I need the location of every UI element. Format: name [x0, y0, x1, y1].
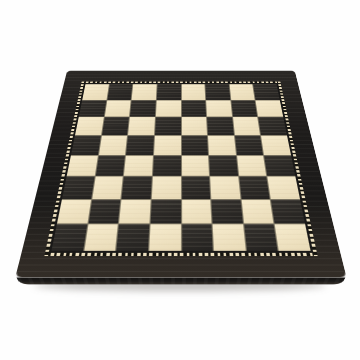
- square-c8: [132, 84, 157, 99]
- square-b8: [107, 84, 132, 99]
- square-b3: [92, 177, 123, 199]
- inlay-border-bottom: [44, 253, 317, 256]
- square-b5: [99, 136, 128, 155]
- square-f1: [213, 225, 246, 251]
- inlay-border-right: [278, 82, 318, 256]
- square-c4: [124, 155, 153, 175]
- square-a1: [51, 225, 86, 251]
- square-f4: [209, 155, 238, 175]
- board-3d-tilt: [15, 71, 346, 278]
- square-h8: [253, 84, 279, 99]
- square-h2: [271, 200, 305, 224]
- square-c5: [126, 136, 154, 155]
- square-d8: [157, 84, 181, 99]
- square-h7: [256, 100, 283, 116]
- playing-area: [49, 83, 314, 253]
- square-e7: [181, 100, 206, 116]
- square-f5: [208, 136, 236, 155]
- square-c2: [119, 200, 150, 224]
- square-e3: [182, 177, 211, 199]
- square-c6: [128, 117, 155, 135]
- square-f8: [205, 84, 230, 99]
- square-c1: [117, 225, 150, 251]
- square-b6: [102, 117, 129, 135]
- square-g2: [241, 200, 274, 224]
- square-h3: [268, 177, 300, 199]
- square-a6: [75, 117, 103, 135]
- board-frame: [15, 71, 346, 278]
- square-a4: [67, 155, 98, 175]
- square-f2: [211, 200, 242, 224]
- square-h5: [261, 136, 291, 155]
- square-d7: [156, 100, 181, 116]
- square-f7: [206, 100, 232, 116]
- square-f3: [210, 177, 240, 199]
- square-a3: [62, 177, 94, 199]
- square-d1: [149, 225, 180, 251]
- square-a2: [57, 200, 91, 224]
- square-d5: [154, 136, 181, 155]
- square-a7: [79, 100, 106, 116]
- square-b2: [88, 200, 121, 224]
- square-e8: [181, 84, 205, 99]
- square-e4: [182, 155, 210, 175]
- square-g7: [231, 100, 257, 116]
- product-photo-stage: [0, 0, 360, 360]
- square-a8: [82, 84, 108, 99]
- square-c7: [130, 100, 156, 116]
- board-grid: [51, 84, 310, 251]
- chessboard-scene: [46, 20, 316, 290]
- square-d4: [153, 155, 181, 175]
- square-b7: [104, 100, 130, 116]
- square-a5: [71, 136, 101, 155]
- square-g8: [229, 84, 254, 99]
- square-d3: [152, 177, 181, 199]
- square-d2: [150, 200, 180, 224]
- board-front-edge: [16, 278, 345, 285]
- square-g1: [244, 225, 278, 251]
- square-g3: [239, 177, 270, 199]
- square-f6: [207, 117, 234, 135]
- square-e1: [182, 225, 213, 251]
- square-h6: [259, 117, 287, 135]
- square-g6: [233, 117, 260, 135]
- square-h1: [275, 225, 310, 251]
- square-h4: [264, 155, 295, 175]
- square-g4: [237, 155, 267, 175]
- square-e5: [181, 136, 208, 155]
- square-e2: [182, 200, 212, 224]
- square-c3: [122, 177, 152, 199]
- square-e6: [181, 117, 207, 135]
- square-d6: [155, 117, 181, 135]
- square-b4: [95, 155, 125, 175]
- square-b1: [84, 225, 118, 251]
- square-g5: [235, 136, 264, 155]
